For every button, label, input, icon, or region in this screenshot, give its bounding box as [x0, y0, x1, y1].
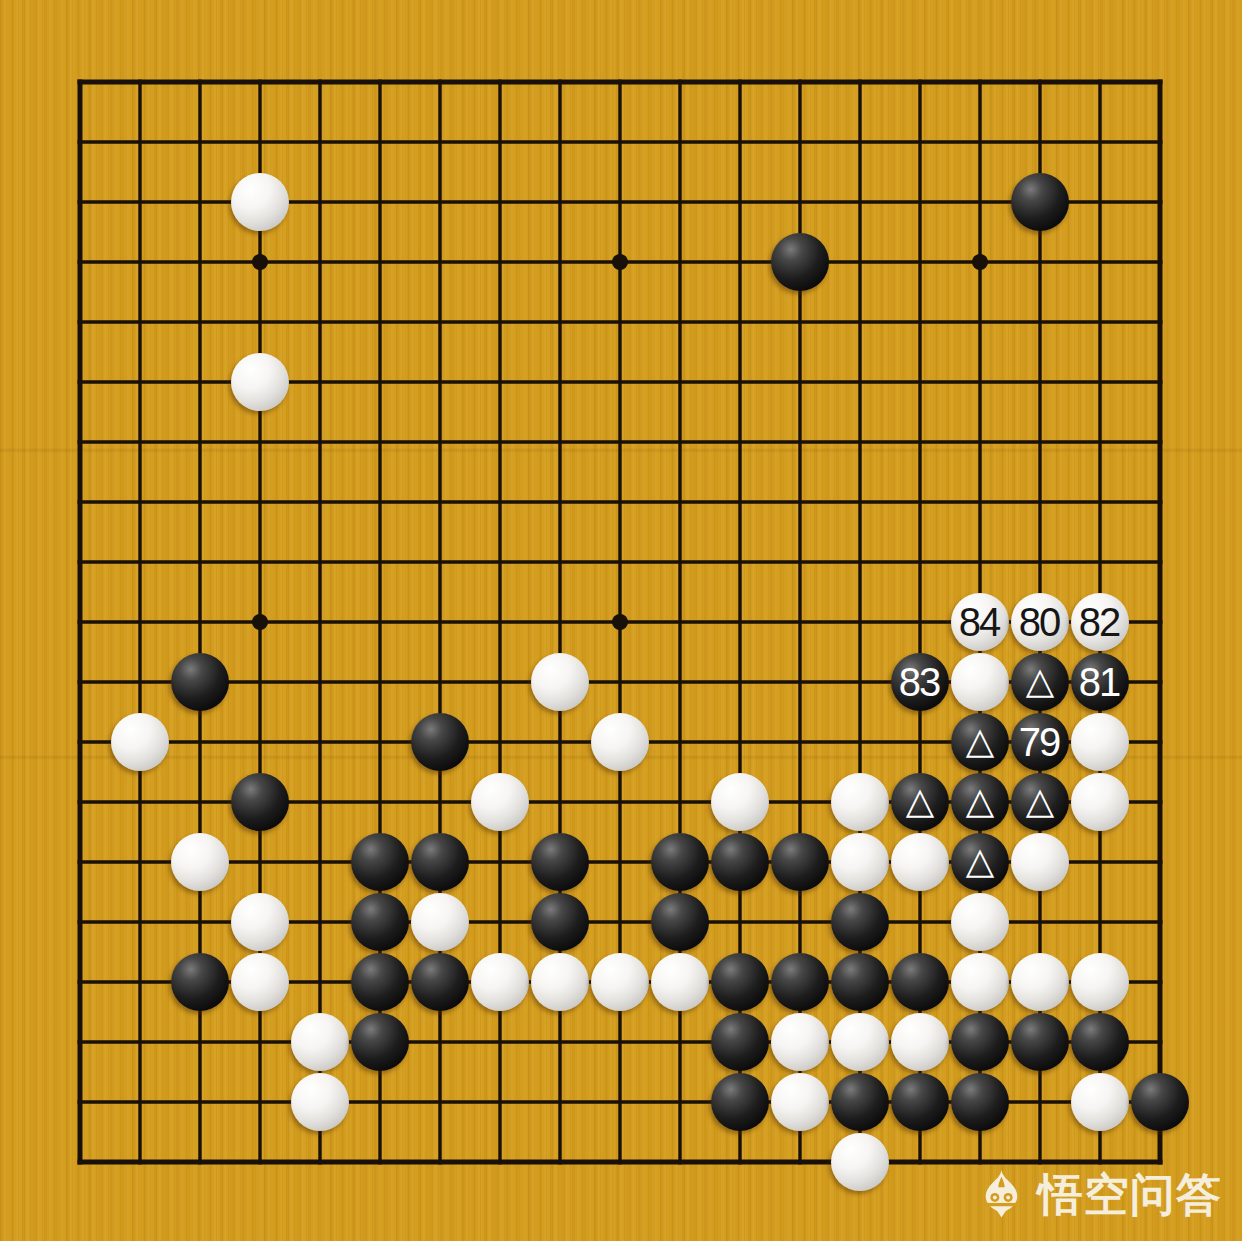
stone-black: [771, 233, 829, 291]
stone-black: [771, 833, 829, 891]
stone-black: [951, 1073, 1009, 1131]
stone-black: 83: [891, 653, 949, 711]
move-number-label: 82: [1079, 602, 1120, 642]
stone-black: [651, 893, 709, 951]
wukong-flame-logo-icon: [978, 1170, 1025, 1219]
stone-white: [231, 953, 289, 1011]
go-board-diagram: 84808283△81△79△△△△ 悟空问答: [0, 0, 1242, 1241]
stone-black: [231, 773, 289, 831]
stone-white: 82: [1071, 593, 1129, 651]
stone-black: △: [1011, 773, 1069, 831]
stone-black: [351, 893, 409, 951]
stone-black: [411, 953, 469, 1011]
stone-black: [831, 893, 889, 951]
watermark: 悟空问答: [978, 1170, 1222, 1219]
stone-black: [771, 953, 829, 1011]
stone-black: [171, 653, 229, 711]
stone-white: [411, 893, 469, 951]
stone-white: [591, 713, 649, 771]
stone-black: [1011, 173, 1069, 231]
stone-black: [711, 1013, 769, 1071]
stone-black: [951, 1013, 1009, 1071]
stone-black: [411, 833, 469, 891]
stone-black: [1071, 1013, 1129, 1071]
stone-white: [891, 833, 949, 891]
stone-black: [711, 1073, 769, 1131]
stone-black: △: [951, 773, 1009, 831]
stone-white: [1071, 953, 1129, 1011]
stone-white: 80: [1011, 593, 1069, 651]
stone-black: △: [951, 713, 1009, 771]
stone-black: [351, 833, 409, 891]
stone-white: [831, 1133, 889, 1191]
stone-white: [231, 893, 289, 951]
move-number-label: 83: [899, 662, 940, 702]
stone-black: △: [891, 773, 949, 831]
triangle-mark: △: [906, 782, 934, 819]
watermark-text: 悟空问答: [1038, 1172, 1222, 1217]
stone-white: [231, 173, 289, 231]
stone-black: [531, 893, 589, 951]
stone-white: [291, 1013, 349, 1071]
stone-white: [1071, 1073, 1129, 1131]
stone-white: [231, 353, 289, 411]
stone-black: 79: [1011, 713, 1069, 771]
stone-black: [891, 953, 949, 1011]
stone-black: [411, 713, 469, 771]
triangle-mark: △: [1026, 662, 1054, 699]
stone-white: [711, 773, 769, 831]
stone-black: [711, 833, 769, 891]
stone-white: 84: [951, 593, 1009, 651]
stone-white: [771, 1013, 829, 1071]
stone-white: [951, 953, 1009, 1011]
stone-white: [891, 1013, 949, 1071]
stone-white: [1011, 953, 1069, 1011]
stone-white: [651, 953, 709, 1011]
stone-black: [1131, 1073, 1189, 1131]
stones-layer: 84808283△81△79△△△△: [0, 0, 1242, 1241]
stone-black: [831, 953, 889, 1011]
triangle-mark: △: [1026, 782, 1054, 819]
stone-black: [1011, 1013, 1069, 1071]
triangle-mark: △: [966, 842, 994, 879]
stone-white: [171, 833, 229, 891]
stone-white: [951, 653, 1009, 711]
stone-white: [531, 953, 589, 1011]
stone-white: [471, 773, 529, 831]
stone-white: [471, 953, 529, 1011]
stone-black: [711, 953, 769, 1011]
stone-white: [1071, 773, 1129, 831]
stone-black: [531, 833, 589, 891]
stone-black: [891, 1073, 949, 1131]
stone-white: [951, 893, 1009, 951]
stone-white: [1071, 713, 1129, 771]
stone-white: [1011, 833, 1069, 891]
move-number-label: 84: [959, 602, 1000, 642]
stone-black: [351, 953, 409, 1011]
triangle-mark: △: [966, 782, 994, 819]
stone-white: [111, 713, 169, 771]
stone-black: 81: [1071, 653, 1129, 711]
move-number-label: 79: [1019, 722, 1060, 762]
stone-black: [831, 1073, 889, 1131]
stone-black: [171, 953, 229, 1011]
stone-black: △: [1011, 653, 1069, 711]
stone-white: [771, 1073, 829, 1131]
triangle-mark: △: [966, 722, 994, 759]
stone-white: [291, 1073, 349, 1131]
stone-white: [531, 653, 589, 711]
stone-white: [591, 953, 649, 1011]
stone-white: [831, 1013, 889, 1071]
stone-white: [831, 773, 889, 831]
stone-black: [351, 1013, 409, 1071]
stone-black: [651, 833, 709, 891]
stone-white: [831, 833, 889, 891]
move-number-label: 81: [1079, 662, 1120, 702]
move-number-label: 80: [1019, 602, 1060, 642]
stone-black: △: [951, 833, 1009, 891]
